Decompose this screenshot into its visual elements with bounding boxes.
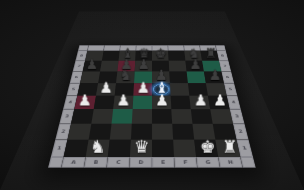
- file-label: A: [71, 160, 77, 165]
- board-square-f2[interactable]: [172, 124, 194, 140]
- file-label-cell: C: [107, 157, 130, 168]
- board-frame-cell: [240, 157, 256, 168]
- rank-label: 8: [221, 54, 225, 57]
- chess-app-scene: 8♝♛♚♞♜87♟♟♟♟76♞♟♟65♟♟♝54♟♟♟♟♟433221♞♛♚♜1…: [0, 0, 304, 190]
- white-knight[interactable]: ♞: [84, 138, 109, 157]
- board-square-b3[interactable]: [91, 109, 113, 124]
- board-square-h6[interactable]: ♟: [204, 72, 224, 84]
- board-square-d3[interactable]: [132, 109, 152, 124]
- white-rook[interactable]: ♜: [216, 138, 241, 157]
- file-label: G: [205, 160, 211, 165]
- board-square-a3[interactable]: [71, 109, 94, 124]
- rank-label: 1: [242, 146, 247, 151]
- rank-label: 2: [238, 129, 243, 133]
- board-square-f8[interactable]: [168, 51, 185, 61]
- rank-label: 1: [57, 146, 62, 151]
- black-pawn[interactable]: ♟: [185, 57, 205, 72]
- board-square-e3[interactable]: [152, 109, 172, 124]
- board-square-g4[interactable]: ♟: [189, 96, 210, 109]
- rank-label-cell: 2: [55, 124, 71, 140]
- file-label: H: [227, 160, 233, 165]
- file-label: D: [138, 160, 143, 165]
- board-square-f3[interactable]: [171, 109, 192, 124]
- board-perspective-wrap: 8♝♛♚♞♜87♟♟♟♟76♞♟♟65♟♟♝54♟♟♟♟♟433221♞♛♚♜1…: [48, 45, 256, 168]
- rank-label: 2: [61, 129, 66, 133]
- file-label: F: [183, 160, 187, 165]
- board-square-d1[interactable]: ♛: [130, 140, 152, 157]
- chess-board: 8♝♛♚♞♜87♟♟♟♟76♞♟♟65♟♟♝54♟♟♟♟♟433221♞♛♚♜1…: [48, 45, 256, 168]
- board-square-f4[interactable]: [171, 96, 191, 109]
- board-square-d5[interactable]: ♟: [133, 83, 152, 95]
- board-square-a7[interactable]: ♟: [83, 61, 102, 72]
- board-square-c1[interactable]: [108, 140, 131, 157]
- board-square-e8[interactable]: ♚: [152, 51, 169, 61]
- rank-label: 4: [231, 101, 235, 105]
- white-pawn[interactable]: ♟: [73, 92, 95, 108]
- file-label-cell: B: [84, 157, 108, 168]
- rank-label: 6: [74, 76, 78, 79]
- file-label: C: [116, 160, 121, 165]
- board-square-b1[interactable]: ♞: [86, 140, 110, 157]
- white-pawn[interactable]: ♟: [150, 92, 172, 108]
- rank-label: 3: [65, 114, 70, 118]
- white-pawn[interactable]: ♟: [112, 92, 134, 108]
- rank-label: 5: [228, 88, 232, 91]
- board-square-h4[interactable]: ♟: [208, 96, 230, 109]
- rank-label: 3: [235, 114, 240, 118]
- file-label-cell: E: [152, 157, 175, 168]
- board-square-e2[interactable]: [152, 124, 173, 140]
- board-square-d7[interactable]: ♟: [135, 61, 152, 72]
- black-pawn[interactable]: ♟: [204, 68, 225, 83]
- file-label-cell: D: [129, 157, 152, 168]
- board-square-h1[interactable]: ♜: [215, 140, 240, 157]
- board-square-f1[interactable]: [173, 140, 196, 157]
- rank-label: 5: [71, 88, 75, 91]
- rank-label: 6: [226, 76, 230, 79]
- file-label-cell: H: [218, 157, 243, 168]
- rank-label: 4: [68, 101, 72, 105]
- board-square-e4[interactable]: ♟: [152, 96, 171, 109]
- board-square-d4[interactable]: [133, 96, 152, 109]
- file-label-cell: G: [196, 157, 220, 168]
- board-square-a4[interactable]: ♟: [74, 96, 96, 109]
- white-pawn[interactable]: ♟: [208, 92, 230, 108]
- white-queen[interactable]: ♛: [128, 138, 153, 157]
- board-square-g6[interactable]: [187, 72, 206, 84]
- board-square-g1[interactable]: ♚: [194, 140, 218, 157]
- board-square-c3[interactable]: [112, 109, 133, 124]
- board-square-c4[interactable]: ♟: [113, 96, 133, 109]
- file-label-cell: A: [61, 157, 86, 168]
- board-square-e1[interactable]: [152, 140, 174, 157]
- board-square-g7[interactable]: ♟: [185, 61, 204, 72]
- file-label: E: [161, 160, 165, 165]
- file-label-cell: F: [174, 157, 197, 168]
- rank-label: 7: [77, 65, 81, 68]
- file-label: B: [93, 160, 98, 165]
- black-pawn[interactable]: ♟: [82, 57, 102, 72]
- board-square-g3[interactable]: [191, 109, 213, 124]
